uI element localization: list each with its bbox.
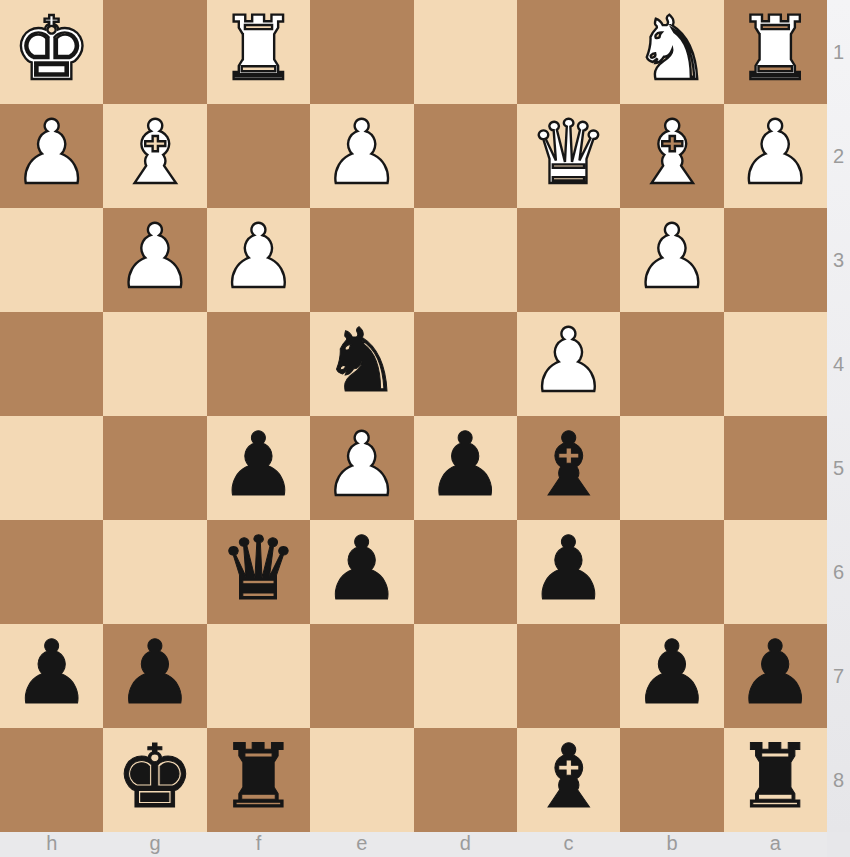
file-label-d: d xyxy=(414,832,517,857)
rank-label-8: 8 xyxy=(827,728,850,832)
square-a4[interactable] xyxy=(724,312,827,416)
white-pawn-f3[interactable]: ♟ xyxy=(219,213,298,301)
square-c4[interactable]: ♟ xyxy=(517,312,620,416)
square-b8[interactable] xyxy=(620,728,723,832)
square-g4[interactable] xyxy=(103,312,206,416)
square-h2[interactable]: ♟ xyxy=(0,104,103,208)
square-f1[interactable]: ♜ xyxy=(207,0,310,104)
white-bishop-g2[interactable]: ♝ xyxy=(116,109,195,197)
black-pawn-h7[interactable]: ♟ xyxy=(12,629,91,717)
square-e7[interactable] xyxy=(310,624,413,728)
square-e6[interactable]: ♟ xyxy=(310,520,413,624)
square-c8[interactable]: ♝ xyxy=(517,728,620,832)
square-f4[interactable] xyxy=(207,312,310,416)
rank-label-6: 6 xyxy=(827,520,850,624)
square-g2[interactable]: ♝ xyxy=(103,104,206,208)
chess-board: ♚♜♞♜♟♝♟♛♝♟♟♟♟♞♟♟♟♟♝♛♟♟♟♟♟♟♚♜♝♜ xyxy=(0,0,827,832)
square-f7[interactable] xyxy=(207,624,310,728)
white-king-h1[interactable]: ♚ xyxy=(12,5,91,93)
file-label-e: e xyxy=(310,832,413,857)
file-label-f: f xyxy=(207,832,310,857)
square-a1[interactable]: ♜ xyxy=(724,0,827,104)
square-h1[interactable]: ♚ xyxy=(0,0,103,104)
square-c2[interactable]: ♛ xyxy=(517,104,620,208)
white-knight-b1[interactable]: ♞ xyxy=(632,5,711,93)
square-g8[interactable]: ♚ xyxy=(103,728,206,832)
file-label-h: h xyxy=(0,832,103,857)
white-pawn-g3[interactable]: ♟ xyxy=(116,213,195,301)
board-margin-corner xyxy=(827,832,850,857)
file-label-b: b xyxy=(620,832,723,857)
file-label-c: c xyxy=(517,832,620,857)
file-labels: hgfedcba xyxy=(0,832,827,857)
square-e3[interactable] xyxy=(310,208,413,312)
black-queen-f6[interactable]: ♛ xyxy=(219,525,298,613)
white-rook-a1[interactable]: ♜ xyxy=(736,5,815,93)
square-b4[interactable] xyxy=(620,312,723,416)
black-rook-f8[interactable]: ♜ xyxy=(219,733,298,821)
square-c6[interactable]: ♟ xyxy=(517,520,620,624)
square-e4[interactable]: ♞ xyxy=(310,312,413,416)
square-c3[interactable] xyxy=(517,208,620,312)
rank-label-5: 5 xyxy=(827,416,850,520)
black-knight-e4[interactable]: ♞ xyxy=(322,317,401,405)
white-bishop-b2[interactable]: ♝ xyxy=(632,109,711,197)
square-b3[interactable]: ♟ xyxy=(620,208,723,312)
black-pawn-c6[interactable]: ♟ xyxy=(529,525,608,613)
square-e8[interactable] xyxy=(310,728,413,832)
square-b6[interactable] xyxy=(620,520,723,624)
square-f2[interactable] xyxy=(207,104,310,208)
square-b7[interactable]: ♟ xyxy=(620,624,723,728)
square-b5[interactable] xyxy=(620,416,723,520)
square-g6[interactable] xyxy=(103,520,206,624)
square-g5[interactable] xyxy=(103,416,206,520)
rank-label-4: 4 xyxy=(827,312,850,416)
square-c5[interactable]: ♝ xyxy=(517,416,620,520)
chess-app: ♚♜♞♜♟♝♟♛♝♟♟♟♟♞♟♟♟♟♝♛♟♟♟♟♟♟♚♜♝♜ 12345678 … xyxy=(0,0,850,857)
square-c1[interactable] xyxy=(517,0,620,104)
square-b1[interactable]: ♞ xyxy=(620,0,723,104)
file-label-g: g xyxy=(103,832,206,857)
square-d1[interactable] xyxy=(414,0,517,104)
black-pawn-b7[interactable]: ♟ xyxy=(632,629,711,717)
black-pawn-g7[interactable]: ♟ xyxy=(116,629,195,717)
square-b2[interactable]: ♝ xyxy=(620,104,723,208)
square-h4[interactable] xyxy=(0,312,103,416)
square-d6[interactable] xyxy=(414,520,517,624)
square-f5[interactable]: ♟ xyxy=(207,416,310,520)
white-pawn-c4[interactable]: ♟ xyxy=(529,317,608,405)
square-d7[interactable] xyxy=(414,624,517,728)
square-d3[interactable] xyxy=(414,208,517,312)
square-g7[interactable]: ♟ xyxy=(103,624,206,728)
square-f8[interactable]: ♜ xyxy=(207,728,310,832)
rank-label-1: 1 xyxy=(827,0,850,104)
square-h7[interactable]: ♟ xyxy=(0,624,103,728)
white-pawn-a2[interactable]: ♟ xyxy=(736,109,815,197)
square-a8[interactable]: ♜ xyxy=(724,728,827,832)
black-rook-a8[interactable]: ♜ xyxy=(736,733,815,821)
white-queen-c2[interactable]: ♛ xyxy=(529,109,608,197)
black-bishop-c5[interactable]: ♝ xyxy=(529,421,608,509)
square-e1[interactable] xyxy=(310,0,413,104)
rank-label-2: 2 xyxy=(827,104,850,208)
square-g3[interactable]: ♟ xyxy=(103,208,206,312)
white-rook-f1[interactable]: ♜ xyxy=(219,5,298,93)
square-d5[interactable]: ♟ xyxy=(414,416,517,520)
file-label-a: a xyxy=(724,832,827,857)
square-e5[interactable]: ♟ xyxy=(310,416,413,520)
black-bishop-c8[interactable]: ♝ xyxy=(529,733,608,821)
white-pawn-e5[interactable]: ♟ xyxy=(322,421,401,509)
square-c7[interactable] xyxy=(517,624,620,728)
square-a5[interactable] xyxy=(724,416,827,520)
square-f3[interactable]: ♟ xyxy=(207,208,310,312)
black-pawn-e6[interactable]: ♟ xyxy=(322,525,401,613)
square-d8[interactable] xyxy=(414,728,517,832)
white-pawn-e2[interactable]: ♟ xyxy=(322,109,401,197)
square-a6[interactable] xyxy=(724,520,827,624)
square-d2[interactable] xyxy=(414,104,517,208)
rank-label-7: 7 xyxy=(827,624,850,728)
square-a7[interactable]: ♟ xyxy=(724,624,827,728)
black-pawn-d5[interactable]: ♟ xyxy=(426,421,505,509)
black-king-g8[interactable]: ♚ xyxy=(116,733,195,821)
white-pawn-b3[interactable]: ♟ xyxy=(632,213,711,301)
square-e2[interactable]: ♟ xyxy=(310,104,413,208)
square-h3[interactable] xyxy=(0,208,103,312)
square-d4[interactable] xyxy=(414,312,517,416)
rank-labels: 12345678 xyxy=(827,0,850,832)
black-pawn-a7[interactable]: ♟ xyxy=(736,629,815,717)
square-a3[interactable] xyxy=(724,208,827,312)
square-h5[interactable] xyxy=(0,416,103,520)
black-pawn-f5[interactable]: ♟ xyxy=(219,421,298,509)
square-f6[interactable]: ♛ xyxy=(207,520,310,624)
square-h8[interactable] xyxy=(0,728,103,832)
square-h6[interactable] xyxy=(0,520,103,624)
square-a2[interactable]: ♟ xyxy=(724,104,827,208)
rank-label-3: 3 xyxy=(827,208,850,312)
white-pawn-h2[interactable]: ♟ xyxy=(12,109,91,197)
square-g1[interactable] xyxy=(103,0,206,104)
